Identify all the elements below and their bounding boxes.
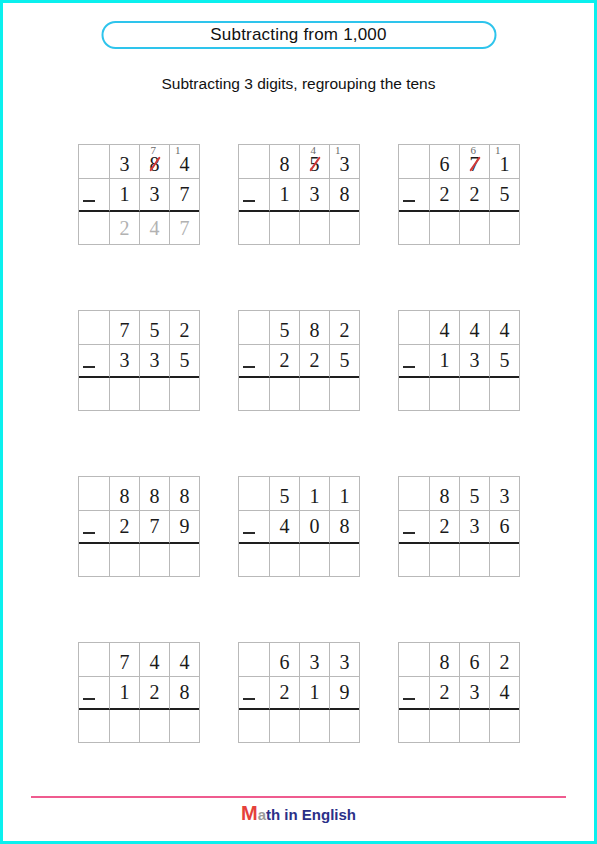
subtrahend-digit: 7 [180, 183, 190, 206]
subtrahend-cell: 3 [459, 676, 489, 710]
minuend-digit: 3 [500, 485, 510, 508]
minuend-digit: 7 [120, 319, 130, 342]
blank-cell [239, 710, 269, 743]
answer-cell[interactable] [299, 378, 329, 411]
minus-sign [403, 698, 415, 700]
regroup-ones-carry-mark: 1 [495, 144, 501, 156]
minuend-cell: 11 [489, 145, 519, 178]
answer-cell[interactable]: 7 [169, 212, 199, 245]
minuend-digit: 4 [470, 319, 480, 342]
answer-cell[interactable] [429, 378, 459, 411]
minuend-digit: 5 [150, 319, 160, 342]
subtrahend-cell: 0 [299, 510, 329, 544]
answer-cell[interactable] [299, 212, 329, 245]
minuend-digit: 5 [280, 319, 290, 342]
subtrahend-digit: 4 [500, 681, 510, 704]
minuend-cell: 2 [169, 311, 199, 344]
blank-cell [399, 544, 429, 577]
minuend-digit: 3 [120, 153, 130, 176]
minuend-cell: 8 [169, 477, 199, 510]
subtrahend-cell: 2 [269, 344, 299, 378]
minuend-cell: 76 [459, 145, 489, 178]
answer-cell[interactable] [459, 544, 489, 577]
answer-cell[interactable] [489, 212, 519, 245]
subtrahend-digit: 5 [500, 183, 510, 206]
minuend-digit: 3 [340, 153, 350, 176]
minuend-digit: 3 [340, 651, 350, 674]
answer-cell[interactable] [139, 710, 169, 743]
minus-sign-cell [79, 510, 109, 544]
minuend-digit: 8 [440, 485, 450, 508]
answer-cell[interactable] [109, 378, 139, 411]
minus-sign [83, 366, 95, 368]
problem-grid-7: 888279 [78, 476, 200, 577]
answer-digit: 4 [150, 217, 160, 240]
problems-grid: 3874113724785431138676112257523355822254… [78, 144, 520, 743]
minuend-digit: 6 [470, 651, 480, 674]
minuend-cell: 4 [489, 311, 519, 344]
minuend-cell: 3 [299, 643, 329, 676]
answer-cell[interactable] [489, 544, 519, 577]
page-title: Subtracting from 1,000 [210, 25, 386, 44]
minuend-cell: 3 [489, 477, 519, 510]
subtrahend-digit: 2 [440, 183, 450, 206]
subtrahend-cell: 4 [489, 676, 519, 710]
answer-digit: 7 [180, 217, 190, 240]
minuend-cell: 4 [169, 643, 199, 676]
answer-cell[interactable] [269, 212, 299, 245]
minuend-cell: 8 [109, 477, 139, 510]
minuend-cell: 8 [269, 145, 299, 178]
subtrahend-cell: 3 [109, 344, 139, 378]
problem-grid-8: 511408 [238, 476, 360, 577]
subtrahend-cell: 1 [269, 178, 299, 212]
subtrahend-digit: 0 [310, 515, 320, 538]
blank-cell [79, 378, 109, 411]
subtrahend-digit: 8 [340, 515, 350, 538]
blank-cell [239, 544, 269, 577]
subtrahend-cell: 9 [329, 676, 359, 710]
subtrahend-digit: 1 [120, 183, 130, 206]
subtrahend-digit: 3 [310, 183, 320, 206]
subtrahend-digit: 3 [470, 349, 480, 372]
subtrahend-cell: 2 [429, 510, 459, 544]
minuend-digit: 4 [500, 319, 510, 342]
subtrahend-cell: 1 [109, 178, 139, 212]
subtrahend-cell: 1 [109, 676, 139, 710]
subtrahend-digit: 2 [440, 681, 450, 704]
minus-sign-cell [79, 676, 109, 710]
minuend-digit: 7 [120, 651, 130, 674]
blank-cell [399, 378, 429, 411]
problem-grid-5: 582225 [238, 310, 360, 411]
problem-grid-6: 444135 [398, 310, 520, 411]
blank-cell [239, 145, 269, 178]
answer-cell[interactable] [429, 710, 459, 743]
answer-cell[interactable] [139, 544, 169, 577]
answer-cell[interactable] [329, 378, 359, 411]
minus-sign-cell [79, 344, 109, 378]
answer-digit: 2 [120, 217, 130, 240]
subtrahend-cell: 1 [429, 344, 459, 378]
subtrahend-cell: 1 [299, 676, 329, 710]
minus-sign-cell [239, 510, 269, 544]
minuend-digit: 1 [500, 153, 510, 176]
answer-cell[interactable] [139, 378, 169, 411]
minuend-cell: 5 [269, 477, 299, 510]
subtrahend-digit: 2 [280, 681, 290, 704]
regroup-tens-mark: 4 [311, 144, 317, 156]
subtrahend-digit: 3 [120, 349, 130, 372]
minus-sign [403, 200, 415, 202]
minuend-digit: 5 [280, 485, 290, 508]
minuend-digit: 8 [120, 485, 130, 508]
subtrahend-digit: 2 [280, 349, 290, 372]
answer-cell[interactable] [329, 710, 359, 743]
subtrahend-digit: 1 [440, 349, 450, 372]
minuend-digit: 6 [440, 153, 450, 176]
problem-grid-4: 752335 [78, 310, 200, 411]
subtrahend-digit: 5 [180, 349, 190, 372]
subtrahend-digit: 3 [470, 681, 480, 704]
subtrahend-cell: 2 [429, 178, 459, 212]
minuend-digit: 4 [440, 319, 450, 342]
blank-cell [239, 378, 269, 411]
minuend-cell: 87 [139, 145, 169, 178]
logo-letter-a: a [258, 806, 266, 823]
answer-cell[interactable] [299, 710, 329, 743]
minus-sign-cell [399, 510, 429, 544]
minuend-digit: 4 [180, 651, 190, 674]
subtrahend-cell: 5 [169, 344, 199, 378]
answer-cell[interactable] [459, 710, 489, 743]
subtrahend-digit: 1 [280, 183, 290, 206]
minuend-cell: 6 [459, 643, 489, 676]
regroup-tens-mark: 7 [151, 144, 157, 156]
blank-cell [399, 477, 429, 510]
subtrahend-digit: 2 [470, 183, 480, 206]
subtrahend-cell: 9 [169, 510, 199, 544]
answer-cell[interactable] [269, 710, 299, 743]
blank-cell [239, 311, 269, 344]
answer-cell[interactable] [329, 544, 359, 577]
worksheet-subtitle: Subtracting 3 digits, regrouping the ten… [0, 75, 597, 93]
subtrahend-cell: 5 [329, 344, 359, 378]
subtrahend-digit: 6 [500, 515, 510, 538]
subtrahend-cell: 3 [139, 178, 169, 212]
blank-cell [79, 311, 109, 344]
minus-sign [403, 532, 415, 534]
answer-cell[interactable] [429, 544, 459, 577]
answer-cell[interactable] [269, 378, 299, 411]
minus-sign-cell [399, 344, 429, 378]
blank-cell [399, 643, 429, 676]
subtrahend-cell: 2 [459, 178, 489, 212]
subtrahend-cell: 2 [269, 676, 299, 710]
blank-cell [399, 145, 429, 178]
answer-cell[interactable] [329, 212, 359, 245]
minuend-digit: 8 [180, 485, 190, 508]
minus-sign [243, 366, 255, 368]
subtrahend-digit: 8 [180, 681, 190, 704]
problem-grid-1: 38741137247 [78, 144, 200, 245]
minuend-cell: 1 [329, 477, 359, 510]
answer-cell[interactable] [269, 544, 299, 577]
answer-cell[interactable] [109, 544, 139, 577]
subtrahend-digit: 1 [310, 681, 320, 704]
minus-sign [403, 366, 415, 368]
subtrahend-digit: 7 [150, 515, 160, 538]
minuend-cell: 5 [139, 311, 169, 344]
minuend-cell: 2 [489, 643, 519, 676]
regroup-ones-carry-mark: 1 [175, 144, 181, 156]
minuend-digit: 8 [440, 651, 450, 674]
footer-divider-line [31, 796, 566, 798]
blank-cell [239, 477, 269, 510]
subtrahend-digit: 1 [120, 681, 130, 704]
subtrahend-cell: 5 [489, 344, 519, 378]
minus-sign [243, 698, 255, 700]
minuend-cell: 54 [299, 145, 329, 178]
answer-cell[interactable]: 4 [139, 212, 169, 245]
minuend-cell: 8 [429, 477, 459, 510]
minuend-digit: 5 [470, 485, 480, 508]
subtrahend-cell: 2 [109, 510, 139, 544]
subtrahend-cell: 2 [299, 344, 329, 378]
answer-cell[interactable] [299, 544, 329, 577]
answer-cell[interactable] [489, 378, 519, 411]
subtrahend-digit: 3 [470, 515, 480, 538]
minuend-digit: 8 [280, 153, 290, 176]
minuend-cell: 3 [329, 643, 359, 676]
minuend-digit: 8 [150, 485, 160, 508]
minuend-cell: 4 [139, 643, 169, 676]
answer-cell[interactable] [459, 378, 489, 411]
minus-sign-cell [239, 344, 269, 378]
subtrahend-cell: 3 [459, 510, 489, 544]
subtrahend-cell: 3 [139, 344, 169, 378]
worksheet-title-box: Subtracting from 1,000 [101, 21, 496, 49]
subtrahend-cell: 3 [459, 344, 489, 378]
subtrahend-digit: 2 [150, 681, 160, 704]
subtrahend-digit: 9 [180, 515, 190, 538]
minuend-digit: 3 [310, 651, 320, 674]
minuend-cell: 31 [329, 145, 359, 178]
blank-cell [79, 544, 109, 577]
problem-grid-3: 67611225 [398, 144, 520, 245]
blank-cell [79, 477, 109, 510]
minuend-cell: 8 [299, 311, 329, 344]
minuend-digit: 4 [180, 153, 190, 176]
minuend-digit: 1 [340, 485, 350, 508]
minuend-digit: 8 [310, 319, 320, 342]
subtrahend-digit: 3 [150, 183, 160, 206]
subtrahend-cell: 6 [489, 510, 519, 544]
minus-sign [83, 698, 95, 700]
math-in-english-logo: Math in English [0, 801, 597, 827]
answer-cell[interactable] [169, 710, 199, 743]
minus-sign-cell [239, 178, 269, 212]
subtrahend-cell: 3 [299, 178, 329, 212]
logo-text-rest: th in English [266, 806, 356, 823]
subtrahend-digit: 5 [500, 349, 510, 372]
blank-cell [239, 643, 269, 676]
minuend-cell: 5 [269, 311, 299, 344]
minuend-cell: 8 [139, 477, 169, 510]
logo-letter-m: M [241, 802, 258, 824]
blank-cell [79, 643, 109, 676]
minuend-digit: 2 [180, 319, 190, 342]
answer-cell[interactable]: 2 [109, 212, 139, 245]
subtrahend-cell: 4 [269, 510, 299, 544]
minuend-cell: 5 [459, 477, 489, 510]
subtrahend-digit: 2 [440, 515, 450, 538]
minus-sign [83, 200, 95, 202]
blank-cell [399, 212, 429, 245]
minus-sign-cell [239, 676, 269, 710]
minuend-cell: 6 [269, 643, 299, 676]
minuend-digit: 6 [280, 651, 290, 674]
answer-cell[interactable] [459, 212, 489, 245]
answer-cell[interactable] [169, 378, 199, 411]
minuend-digit: 1 [310, 485, 320, 508]
subtrahend-digit: 9 [340, 681, 350, 704]
subtrahend-cell: 2 [139, 676, 169, 710]
answer-cell[interactable] [169, 544, 199, 577]
subtrahend-cell: 7 [169, 178, 199, 212]
blank-cell [79, 145, 109, 178]
answer-cell[interactable] [429, 212, 459, 245]
subtrahend-digit: 3 [150, 349, 160, 372]
subtrahend-cell: 8 [329, 178, 359, 212]
minuend-cell: 1 [299, 477, 329, 510]
subtrahend-cell: 5 [489, 178, 519, 212]
minuend-cell: 4 [459, 311, 489, 344]
minuend-digit: 4 [150, 651, 160, 674]
minuend-cell: 4 [429, 311, 459, 344]
blank-cell [399, 311, 429, 344]
blank-cell [79, 212, 109, 245]
subtrahend-digit: 4 [280, 515, 290, 538]
minuend-cell: 3 [109, 145, 139, 178]
subtrahend-cell: 2 [429, 676, 459, 710]
problem-grid-11: 633219 [238, 642, 360, 743]
problem-grid-2: 85431138 [238, 144, 360, 245]
minus-sign-cell [79, 178, 109, 212]
minus-sign [243, 200, 255, 202]
regroup-ones-carry-mark: 1 [335, 144, 341, 156]
minus-sign [243, 532, 255, 534]
answer-cell[interactable] [489, 710, 519, 743]
minuend-cell: 2 [329, 311, 359, 344]
blank-cell [399, 710, 429, 743]
problem-grid-9: 853236 [398, 476, 520, 577]
answer-cell[interactable] [109, 710, 139, 743]
minuend-cell: 6 [429, 145, 459, 178]
minus-sign [83, 532, 95, 534]
subtrahend-digit: 2 [310, 349, 320, 372]
regroup-tens-mark: 6 [471, 144, 477, 156]
minuend-digit: 2 [500, 651, 510, 674]
blank-cell [239, 212, 269, 245]
blank-cell [79, 710, 109, 743]
subtrahend-digit: 2 [120, 515, 130, 538]
minuend-cell: 8 [429, 643, 459, 676]
problem-grid-10: 744128 [78, 642, 200, 743]
subtrahend-digit: 8 [340, 183, 350, 206]
subtrahend-cell: 8 [329, 510, 359, 544]
subtrahend-cell: 8 [169, 676, 199, 710]
subtrahend-cell: 7 [139, 510, 169, 544]
subtrahend-digit: 5 [340, 349, 350, 372]
minuend-cell: 7 [109, 643, 139, 676]
minuend-cell: 7 [109, 311, 139, 344]
problem-grid-12: 862234 [398, 642, 520, 743]
minus-sign-cell [399, 178, 429, 212]
minuend-digit: 2 [340, 319, 350, 342]
minuend-cell: 41 [169, 145, 199, 178]
minus-sign-cell [399, 676, 429, 710]
